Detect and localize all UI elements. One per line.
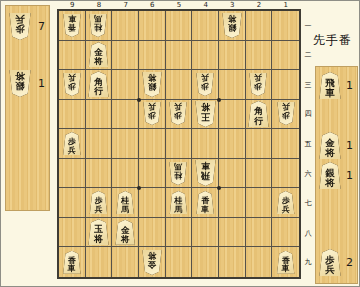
piece-pawn-sente[interactable]: 歩兵 (319, 249, 341, 276)
square-7-1[interactable] (112, 11, 139, 41)
rank-label-8: 八 (302, 228, 314, 238)
file-label-8: 8 (93, 1, 105, 9)
square-8-4[interactable] (86, 100, 113, 130)
hand-count-pawn: 2 (346, 256, 353, 269)
piece-knight-gote[interactable]: 桂馬 (89, 14, 107, 37)
rank-label-5: 五 (302, 139, 314, 149)
hand-entry-gold[interactable]: 金将1 (316, 132, 357, 159)
piece-pawn-sente[interactable]: 歩兵 (63, 132, 81, 155)
square-9-4[interactable] (59, 100, 86, 130)
square-1-9[interactable]: 香車 (272, 247, 299, 277)
square-7-7[interactable]: 桂馬 (112, 188, 139, 218)
square-6-9[interactable]: 金将 (139, 247, 166, 277)
square-8-5[interactable] (86, 129, 113, 159)
square-5-7[interactable]: 桂馬 (166, 188, 193, 218)
hand-count-silver: 1 (38, 77, 45, 90)
piece-gold-sente[interactable]: 金将 (319, 132, 341, 159)
square-9-5[interactable]: 歩兵 (59, 129, 86, 159)
piece-rook-sente[interactable]: 飛車 (319, 72, 341, 99)
piece-gold-sente[interactable]: 金将 (88, 42, 108, 67)
square-8-2[interactable]: 金将 (86, 41, 113, 71)
square-5-6[interactable]: 桂馬 (166, 159, 193, 189)
square-2-7[interactable] (246, 188, 273, 218)
square-4-4[interactable]: 王将 (192, 100, 219, 130)
piece-king-gote[interactable]: 王将 (195, 101, 216, 127)
file-label-6: 6 (146, 1, 158, 9)
rank-label-4: 四 (302, 109, 314, 119)
square-2-1[interactable] (246, 11, 273, 41)
square-4-8[interactable] (192, 218, 219, 248)
hand-count-gold: 1 (346, 139, 353, 152)
piece-pawn-gote[interactable]: 歩兵 (9, 13, 31, 40)
square-3-2[interactable] (219, 41, 246, 71)
square-6-4[interactable]: 歩兵 (139, 100, 166, 130)
file-label-7: 7 (120, 1, 132, 9)
square-2-6[interactable] (246, 159, 273, 189)
square-5-8[interactable] (166, 218, 193, 248)
hand-count-pawn: 7 (38, 20, 45, 33)
square-1-3[interactable] (272, 70, 299, 100)
piece-gold-gote[interactable]: 金将 (142, 250, 162, 275)
square-8-3[interactable]: 角行 (86, 70, 113, 100)
square-8-6[interactable] (86, 159, 113, 189)
square-4-5[interactable] (192, 129, 219, 159)
square-4-1[interactable] (192, 11, 219, 41)
square-8-8[interactable]: 玉将 (86, 218, 113, 248)
square-5-9[interactable] (166, 247, 193, 277)
square-4-9[interactable] (192, 247, 219, 277)
hand-entry-silver[interactable]: 銀将1 (6, 70, 49, 97)
shogi-diagram: 987654321 香車桂馬銀将金将歩兵角行銀将歩兵歩兵歩兵歩兵王将角行歩兵歩兵… (0, 0, 360, 287)
piece-lance-sente[interactable]: 香車 (277, 251, 295, 274)
square-2-3[interactable]: 歩兵 (246, 70, 273, 100)
square-9-1[interactable]: 香車 (59, 11, 86, 41)
piece-pawn-sente[interactable]: 歩兵 (89, 191, 107, 214)
hand-count-rook: 1 (346, 79, 353, 92)
square-5-5[interactable] (166, 129, 193, 159)
hand-entry-pawn[interactable]: 歩兵7 (6, 13, 49, 40)
piece-pawn-sente[interactable]: 歩兵 (277, 191, 295, 214)
square-6-7[interactable] (139, 188, 166, 218)
square-6-3[interactable]: 銀将 (139, 70, 166, 100)
square-9-3[interactable]: 歩兵 (59, 70, 86, 100)
star-point (217, 98, 221, 102)
rank-label-7: 七 (302, 198, 314, 208)
hand-entry-silver[interactable]: 銀将1 (316, 162, 357, 189)
piece-king-sente[interactable]: 玉将 (88, 219, 109, 245)
piece-pawn-gote[interactable]: 歩兵 (196, 73, 214, 96)
shogi-board: 香車桂馬銀将金将歩兵角行銀将歩兵歩兵歩兵歩兵王将角行歩兵歩兵桂馬飛車歩兵桂馬桂馬… (57, 9, 301, 279)
square-6-8[interactable] (139, 218, 166, 248)
square-1-2[interactable] (272, 41, 299, 71)
square-4-7[interactable]: 香車 (192, 188, 219, 218)
star-point (137, 98, 141, 102)
piece-bishop-sente[interactable]: 角行 (88, 71, 109, 97)
rank-label-3: 三 (302, 80, 314, 90)
square-5-4[interactable]: 歩兵 (166, 100, 193, 130)
square-5-2[interactable] (166, 41, 193, 71)
square-1-1[interactable] (272, 11, 299, 41)
square-5-1[interactable] (166, 11, 193, 41)
square-3-3[interactable] (219, 70, 246, 100)
file-label-4: 4 (200, 1, 212, 9)
square-7-6[interactable] (112, 159, 139, 189)
piece-knight-sente[interactable]: 桂馬 (116, 191, 134, 214)
square-3-6[interactable] (219, 159, 246, 189)
square-2-9[interactable] (246, 247, 273, 277)
piece-pawn-gote[interactable]: 歩兵 (63, 73, 81, 96)
square-1-8[interactable] (272, 218, 299, 248)
gote-captured-tray: 歩兵7銀将1 (5, 5, 50, 211)
square-6-5[interactable] (139, 129, 166, 159)
square-1-6[interactable] (272, 159, 299, 189)
piece-gold-sente[interactable]: 金将 (115, 220, 135, 245)
file-label-5: 5 (173, 1, 185, 9)
square-3-4[interactable] (219, 100, 246, 130)
rank-label-1: 一 (302, 21, 314, 31)
square-2-8[interactable] (246, 218, 273, 248)
square-3-7[interactable] (219, 188, 246, 218)
piece-pawn-gote[interactable]: 歩兵 (143, 102, 161, 125)
square-7-5[interactable] (112, 129, 139, 159)
square-3-5[interactable] (219, 129, 246, 159)
square-9-9[interactable]: 香車 (59, 247, 86, 277)
piece-silver-gote[interactable]: 銀将 (9, 70, 31, 97)
hand-entry-rook[interactable]: 飛車1 (316, 72, 357, 99)
square-2-2[interactable] (246, 41, 273, 71)
turn-indicator: 先手番 (313, 32, 360, 49)
square-6-1[interactable] (139, 11, 166, 41)
piece-lance-sente[interactable]: 香車 (63, 251, 81, 274)
square-9-8[interactable] (59, 218, 86, 248)
square-7-9[interactable] (112, 247, 139, 277)
square-2-5[interactable] (246, 129, 273, 159)
rank-label-9: 九 (302, 257, 314, 267)
file-label-2: 2 (253, 1, 265, 9)
square-8-7[interactable]: 歩兵 (86, 188, 113, 218)
piece-lance-sente[interactable]: 香車 (196, 191, 214, 214)
square-3-8[interactable] (219, 218, 246, 248)
file-label-3: 3 (226, 1, 238, 9)
piece-lance-gote[interactable]: 香車 (63, 14, 81, 37)
rank-label-2: 二 (302, 50, 314, 60)
square-9-2[interactable] (59, 41, 86, 71)
piece-pawn-gote[interactable]: 歩兵 (249, 73, 267, 96)
piece-silver-gote[interactable]: 銀将 (142, 72, 162, 97)
piece-rook-gote[interactable]: 飛車 (195, 160, 216, 186)
piece-pawn-gote[interactable]: 歩兵 (277, 102, 295, 125)
square-7-2[interactable] (112, 41, 139, 71)
square-4-3[interactable]: 歩兵 (192, 70, 219, 100)
square-6-6[interactable] (139, 159, 166, 189)
sente-captured-tray: 飛車1金将1銀将1歩兵2 (315, 66, 358, 284)
piece-silver-gote[interactable]: 銀将 (222, 13, 242, 38)
square-5-3[interactable] (166, 70, 193, 100)
piece-bishop-sente[interactable]: 角行 (248, 101, 269, 127)
square-9-7[interactable] (59, 188, 86, 218)
piece-knight-sente[interactable]: 桂馬 (169, 191, 187, 214)
square-7-8[interactable]: 金将 (112, 218, 139, 248)
square-3-1[interactable]: 銀将 (219, 11, 246, 41)
square-3-9[interactable] (219, 247, 246, 277)
square-9-6[interactable] (59, 159, 86, 189)
square-6-2[interactable] (139, 41, 166, 71)
rank-label-6: 六 (302, 169, 314, 179)
square-1-7[interactable]: 歩兵 (272, 188, 299, 218)
piece-silver-sente[interactable]: 銀将 (319, 162, 341, 189)
square-1-4[interactable]: 歩兵 (272, 100, 299, 130)
file-label-1: 1 (280, 1, 292, 9)
square-8-1[interactable]: 桂馬 (86, 11, 113, 41)
square-4-6[interactable]: 飛車 (192, 159, 219, 189)
square-7-4[interactable] (112, 100, 139, 130)
piece-knight-gote[interactable]: 桂馬 (169, 162, 187, 185)
piece-pawn-gote[interactable]: 歩兵 (169, 102, 187, 125)
square-4-2[interactable] (192, 41, 219, 71)
square-8-9[interactable] (86, 247, 113, 277)
square-2-4[interactable]: 角行 (246, 100, 273, 130)
file-label-9: 9 (66, 1, 78, 9)
hand-entry-pawn[interactable]: 歩兵2 (316, 249, 357, 276)
square-1-5[interactable] (272, 129, 299, 159)
square-7-3[interactable] (112, 70, 139, 100)
hand-count-silver: 1 (346, 169, 353, 182)
